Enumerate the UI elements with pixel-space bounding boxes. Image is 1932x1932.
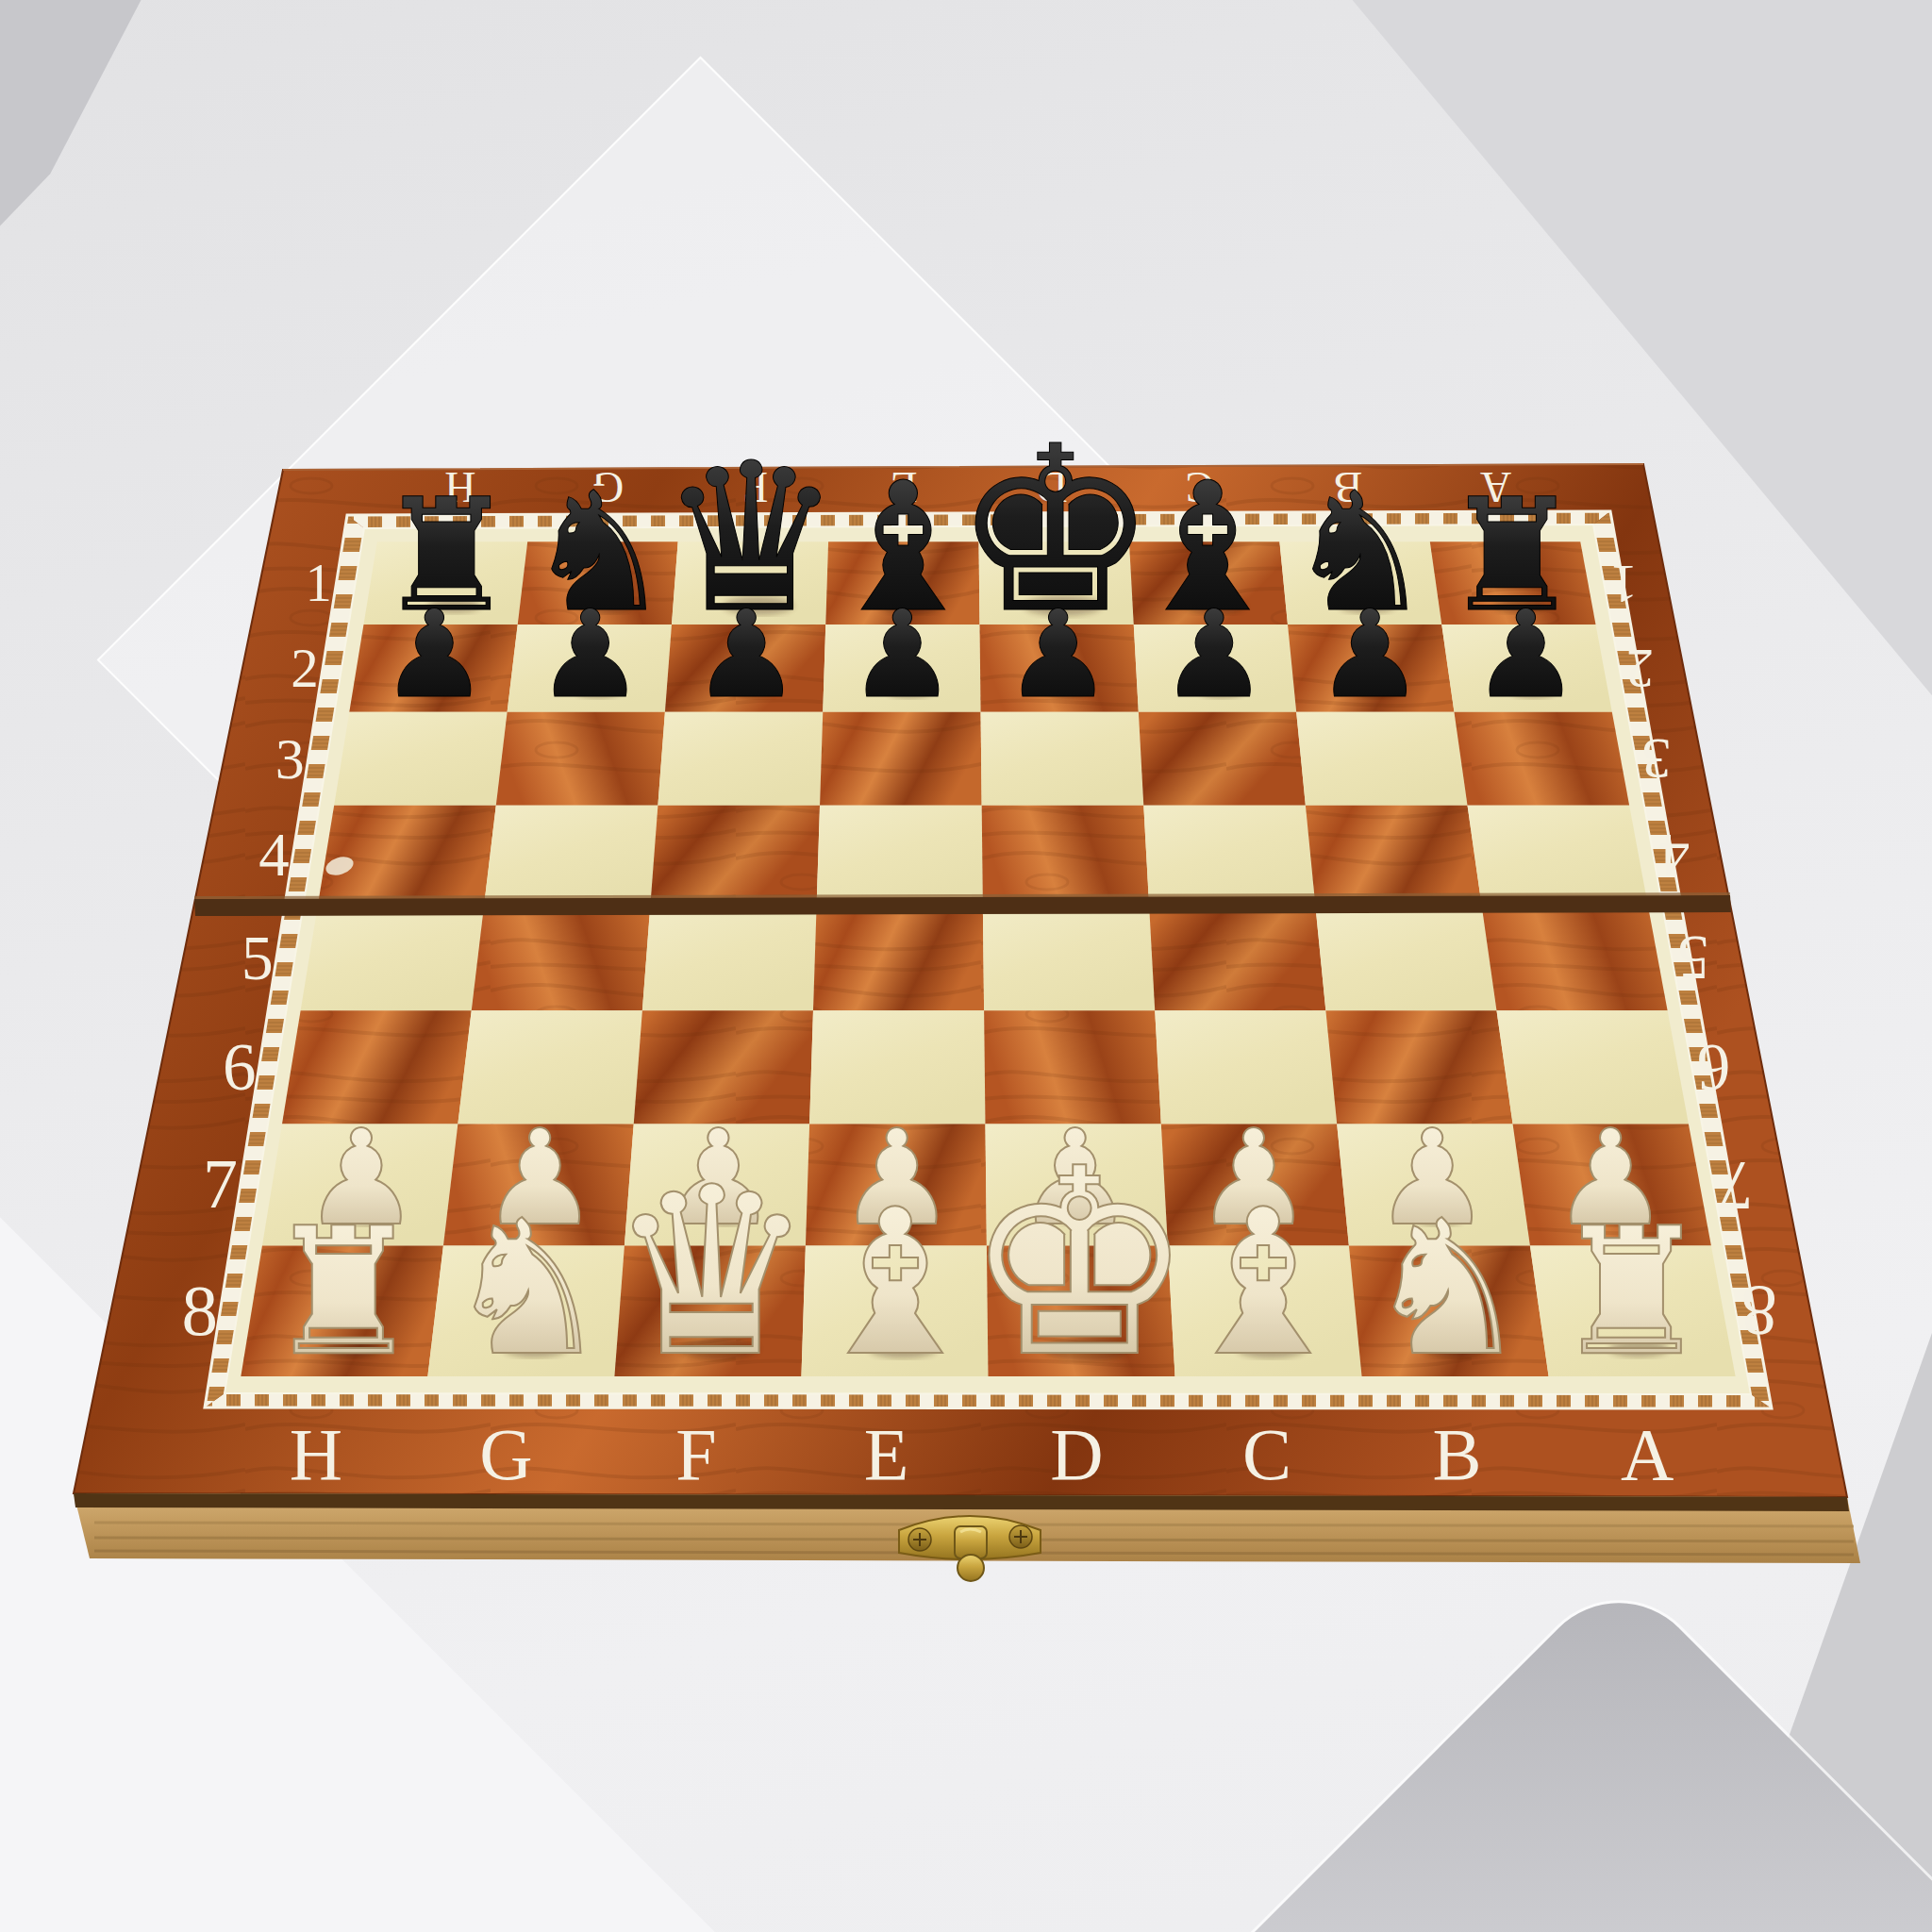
piece-white-knight-b8: ♞	[1364, 1180, 1531, 1396]
coordinate-label-file-bottom-e: E	[864, 1413, 909, 1495]
square-e3-grain	[820, 712, 982, 806]
brass-clasp	[899, 1516, 1041, 1581]
piece-white-queen-f8: ♛	[608, 1138, 816, 1407]
coordinate-label-rank-left-1: 1	[306, 554, 332, 612]
piece-black-pawn-c2: ♟	[1160, 584, 1269, 724]
coordinate-label-rank-right-4: 4	[1659, 822, 1690, 890]
coordinate-label-rank-right-2: 2	[1625, 638, 1654, 700]
coordinate-label-rank-right-7: 7	[1718, 1147, 1753, 1224]
coordinate-label-rank-right-6: 6	[1697, 1031, 1731, 1105]
piece-black-pawn-h2: ♟	[380, 584, 489, 724]
square-h3	[334, 712, 507, 806]
square-a3-grain	[1454, 712, 1629, 806]
square-a4	[1468, 806, 1648, 905]
piece-black-pawn-d2: ♟	[1004, 584, 1112, 724]
square-d4-grain	[982, 806, 1149, 905]
piece-white-rook-h8: ♜	[265, 1190, 423, 1394]
square-b5	[1315, 905, 1496, 1010]
piece-black-pawn-f2: ♟	[692, 584, 801, 724]
coordinate-label-file-bottom-h: H	[290, 1413, 342, 1495]
piece-white-rook-a8: ♜	[1553, 1190, 1710, 1394]
square-c4	[1143, 806, 1315, 905]
piece-black-pawn-g2: ♟	[536, 584, 644, 724]
square-d3	[981, 712, 1144, 806]
coordinate-label-rank-left-5: 5	[241, 922, 274, 993]
product-photo-scene: HHGGFFEEDDCCBBAA1122334455667788♜♞♛♝♚♝♞♜…	[0, 0, 1932, 1932]
coordinate-label-rank-right-1: 1	[1610, 555, 1637, 613]
square-a5-grain	[1482, 905, 1668, 1010]
coordinate-label-file-bottom-d: D	[1050, 1413, 1103, 1495]
square-g3-grain	[496, 712, 665, 806]
square-g5-grain	[472, 905, 651, 1010]
coordinate-label-rank-left-6: 6	[223, 1030, 257, 1104]
coordinate-label-rank-left-7: 7	[203, 1145, 238, 1223]
coordinate-label-rank-right-8: 8	[1741, 1271, 1778, 1352]
coordinate-label-file-bottom-b: B	[1433, 1413, 1482, 1495]
piece-black-pawn-e2: ♟	[848, 584, 957, 724]
coordinate-label-rank-right-3: 3	[1641, 727, 1671, 791]
coordinate-label-rank-right-5: 5	[1677, 923, 1709, 994]
coordinate-label-file-bottom-g: G	[479, 1413, 532, 1495]
square-f5	[642, 905, 817, 1010]
square-f4-grain	[650, 806, 820, 905]
square-b4-grain	[1306, 806, 1482, 905]
coordinate-label-file-bottom-a: A	[1621, 1413, 1674, 1495]
coordinate-label-rank-left-8: 8	[181, 1270, 218, 1351]
square-c5-grain	[1149, 905, 1325, 1010]
coordinate-label-rank-left-4: 4	[258, 821, 290, 889]
piece-white-bishop-c8: ♝	[1174, 1166, 1354, 1400]
piece-black-pawn-b2: ♟	[1316, 584, 1424, 724]
square-e5-grain	[813, 905, 984, 1010]
square-g4	[484, 806, 658, 905]
piece-white-knight-g8: ♞	[444, 1180, 611, 1396]
square-d5	[983, 905, 1155, 1010]
piece-black-pawn-a2: ♟	[1472, 584, 1580, 724]
square-h4-grain	[318, 806, 496, 905]
coordinate-label-rank-left-3: 3	[275, 726, 305, 791]
chess-board: HHGGFFEEDDCCBBAA1122334455667788♜♞♛♝♚♝♞♜…	[0, 0, 1932, 1932]
square-h5	[301, 905, 485, 1010]
coordinate-label-file-bottom-f: F	[675, 1413, 716, 1495]
square-e4	[817, 806, 983, 905]
coordinate-label-rank-left-2: 2	[291, 637, 319, 699]
square-c3-grain	[1139, 712, 1306, 806]
piece-white-bishop-e8: ♝	[806, 1166, 986, 1400]
square-b3	[1296, 712, 1467, 806]
coordinate-label-file-bottom-c: C	[1242, 1413, 1291, 1495]
piece-white-king-d8: ♚	[964, 1113, 1195, 1414]
square-f3	[658, 712, 823, 806]
